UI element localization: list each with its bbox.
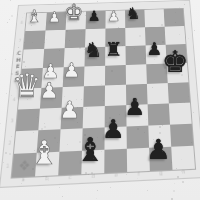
black-pawn[interactable]: ♟ bbox=[146, 136, 171, 164]
white-queen[interactable]: ♛ bbox=[12, 70, 41, 103]
square-r6c1[interactable] bbox=[16, 109, 40, 132]
white-bishop[interactable]: ♝ bbox=[27, 8, 42, 25]
square-r2c8[interactable] bbox=[165, 26, 186, 45]
square-r3c6[interactable] bbox=[126, 45, 147, 65]
square-r7c8[interactable] bbox=[170, 124, 193, 147]
square-r8c8[interactable] bbox=[171, 146, 195, 170]
white-king[interactable]: ♚ bbox=[64, 2, 84, 24]
square-r4c6[interactable] bbox=[126, 64, 147, 84]
chessboard-photo: ❖ CHESS abcdefgh 87654321 ♝♟♚♟♟♞♞♜♟♚♟♟♛♟… bbox=[0, 0, 200, 200]
square-r2c6[interactable] bbox=[125, 27, 145, 46]
white-bishop[interactable]: ♝ bbox=[30, 136, 60, 169]
square-r4c5[interactable] bbox=[105, 65, 126, 85]
black-king[interactable]: ♚ bbox=[162, 47, 189, 77]
square-r5c7[interactable] bbox=[147, 83, 169, 104]
square-r5c5[interactable] bbox=[105, 85, 126, 106]
black-knight[interactable]: ♞ bbox=[84, 40, 102, 60]
black-rook[interactable]: ♜ bbox=[105, 40, 123, 60]
white-pawn[interactable]: ♟ bbox=[107, 9, 120, 23]
square-r1c7[interactable] bbox=[144, 9, 164, 27]
black-pawn[interactable]: ♟ bbox=[102, 117, 125, 143]
square-r1c8[interactable] bbox=[164, 9, 185, 27]
black-pawn[interactable]: ♟ bbox=[88, 9, 101, 23]
square-r5c8[interactable] bbox=[168, 82, 190, 103]
square-r2c1[interactable] bbox=[24, 30, 46, 49]
black-pawn[interactable]: ♟ bbox=[147, 41, 163, 59]
square-r4c4[interactable] bbox=[84, 66, 105, 87]
white-pawn[interactable]: ♟ bbox=[48, 10, 61, 24]
black-knight[interactable]: ♞ bbox=[126, 6, 140, 22]
square-r8c5[interactable] bbox=[104, 149, 127, 173]
square-r6c8[interactable] bbox=[169, 103, 192, 125]
square-r5c4[interactable] bbox=[83, 85, 105, 106]
square-r2c2[interactable] bbox=[44, 30, 65, 49]
square-r2c3[interactable] bbox=[65, 29, 86, 48]
white-pawn[interactable]: ♟ bbox=[59, 99, 80, 123]
square-r6c7[interactable] bbox=[148, 103, 170, 125]
black-pawn[interactable]: ♟ bbox=[125, 96, 146, 119]
black-bishop[interactable]: ♝ bbox=[76, 134, 105, 167]
white-pawn[interactable]: ♟ bbox=[63, 61, 81, 81]
white-pawn[interactable]: ♟ bbox=[39, 80, 58, 102]
